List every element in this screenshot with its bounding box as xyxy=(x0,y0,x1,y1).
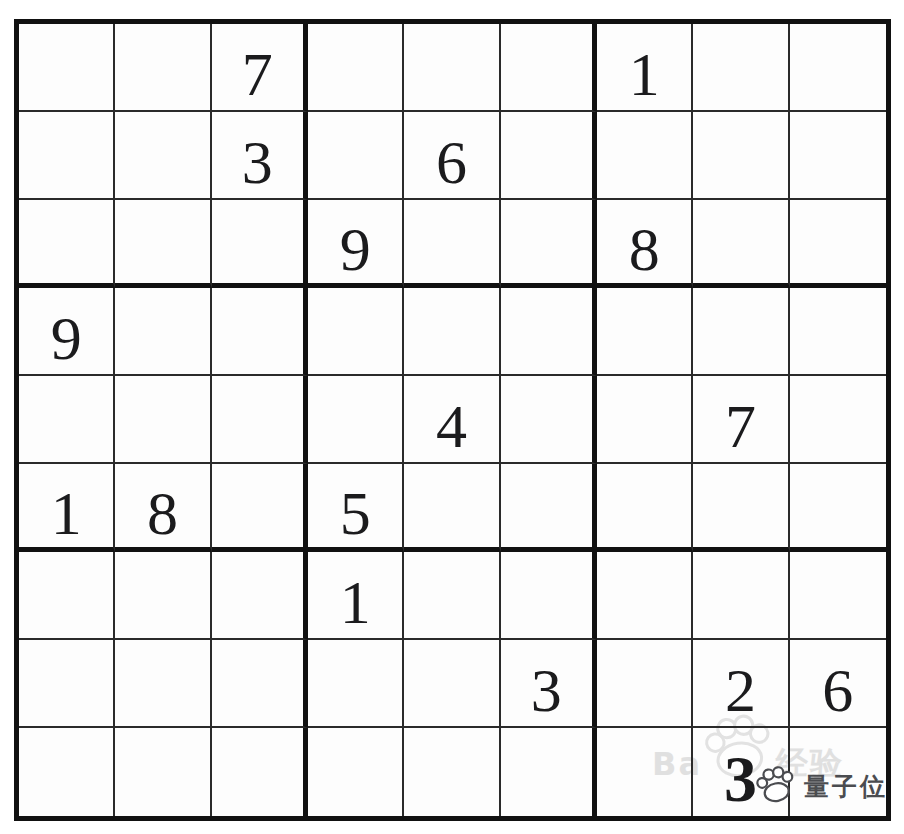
cell-r4c2[interactable] xyxy=(115,288,211,376)
cell-r6c4[interactable]: 5 xyxy=(308,464,404,552)
cell-r3c3[interactable] xyxy=(212,200,308,288)
cell-r4c3[interactable] xyxy=(212,288,308,376)
cell-r5c2[interactable] xyxy=(115,376,211,464)
cell-r2c9[interactable] xyxy=(790,112,886,200)
cell-r5c3[interactable] xyxy=(212,376,308,464)
cell-r9c4[interactable] xyxy=(308,728,404,816)
cell-r5c6[interactable] xyxy=(501,376,597,464)
cell-r4c5[interactable] xyxy=(404,288,500,376)
cell-r8c4[interactable] xyxy=(308,640,404,728)
cell-r3c8[interactable] xyxy=(693,200,789,288)
cell-r9c1[interactable] xyxy=(19,728,115,816)
cell-r2c3[interactable]: 3 xyxy=(212,112,308,200)
cell-r2c5[interactable]: 6 xyxy=(404,112,500,200)
cell-r5c9[interactable] xyxy=(790,376,886,464)
qbitai-watermark: 量子位 xyxy=(752,763,888,807)
cell-r1c6[interactable] xyxy=(501,24,597,112)
paw-icon xyxy=(752,763,800,807)
cell-r5c5[interactable]: 4 xyxy=(404,376,500,464)
cell-r3c5[interactable] xyxy=(404,200,500,288)
cell-r5c1[interactable] xyxy=(19,376,115,464)
cell-r8c9[interactable]: 6 xyxy=(790,640,886,728)
cell-r6c3[interactable] xyxy=(212,464,308,552)
cell-r7c4[interactable]: 1 xyxy=(308,552,404,640)
cell-r6c9[interactable] xyxy=(790,464,886,552)
sudoku-page: 71369894718513263 Ba 经验 量子位 xyxy=(0,0,904,834)
cell-r4c8[interactable] xyxy=(693,288,789,376)
cell-r7c6[interactable] xyxy=(501,552,597,640)
cell-r7c3[interactable] xyxy=(212,552,308,640)
cell-r8c5[interactable] xyxy=(404,640,500,728)
qbitai-watermark-label: 量子位 xyxy=(804,770,888,807)
cell-r9c6[interactable] xyxy=(501,728,597,816)
cell-r8c6[interactable]: 3 xyxy=(501,640,597,728)
cell-r1c7[interactable]: 1 xyxy=(597,24,693,112)
cell-r7c8[interactable] xyxy=(693,552,789,640)
cell-r4c4[interactable] xyxy=(308,288,404,376)
cell-r1c3[interactable]: 7 xyxy=(212,24,308,112)
sudoku-board: 71369894718513263 xyxy=(14,19,891,821)
cell-r9c3[interactable] xyxy=(212,728,308,816)
cell-r8c7[interactable] xyxy=(597,640,693,728)
cell-r3c7[interactable]: 8 xyxy=(597,200,693,288)
cell-r6c6[interactable] xyxy=(501,464,597,552)
cell-r9c2[interactable] xyxy=(115,728,211,816)
cell-r2c6[interactable] xyxy=(501,112,597,200)
cell-r2c2[interactable] xyxy=(115,112,211,200)
cell-r3c2[interactable] xyxy=(115,200,211,288)
cell-r5c7[interactable] xyxy=(597,376,693,464)
cell-r2c4[interactable] xyxy=(308,112,404,200)
cell-r9c7[interactable] xyxy=(597,728,693,816)
cell-r7c5[interactable] xyxy=(404,552,500,640)
cell-r1c4[interactable] xyxy=(308,24,404,112)
cell-r7c7[interactable] xyxy=(597,552,693,640)
cell-r3c6[interactable] xyxy=(501,200,597,288)
cell-r6c1[interactable]: 1 xyxy=(19,464,115,552)
cell-r6c7[interactable] xyxy=(597,464,693,552)
cell-r1c5[interactable] xyxy=(404,24,500,112)
cell-r8c2[interactable] xyxy=(115,640,211,728)
cell-r6c5[interactable] xyxy=(404,464,500,552)
cell-r9c5[interactable] xyxy=(404,728,500,816)
cell-r4c6[interactable] xyxy=(501,288,597,376)
cell-r8c1[interactable] xyxy=(19,640,115,728)
cell-r1c1[interactable] xyxy=(19,24,115,112)
cell-r4c7[interactable] xyxy=(597,288,693,376)
cell-r3c1[interactable] xyxy=(19,200,115,288)
cell-r3c9[interactable] xyxy=(790,200,886,288)
cell-r2c1[interactable] xyxy=(19,112,115,200)
cell-r8c8[interactable]: 2 xyxy=(693,640,789,728)
cell-r2c7[interactable] xyxy=(597,112,693,200)
cell-r8c3[interactable] xyxy=(212,640,308,728)
cell-r1c2[interactable] xyxy=(115,24,211,112)
cell-r3c4[interactable]: 9 xyxy=(308,200,404,288)
cell-r7c9[interactable] xyxy=(790,552,886,640)
cell-r2c8[interactable] xyxy=(693,112,789,200)
cell-r1c8[interactable] xyxy=(693,24,789,112)
cell-r7c2[interactable] xyxy=(115,552,211,640)
cell-r7c1[interactable] xyxy=(19,552,115,640)
cell-r4c1[interactable]: 9 xyxy=(19,288,115,376)
cell-r5c8[interactable]: 7 xyxy=(693,376,789,464)
cell-r6c2[interactable]: 8 xyxy=(115,464,211,552)
cell-r1c9[interactable] xyxy=(790,24,886,112)
cell-r6c8[interactable] xyxy=(693,464,789,552)
cell-r4c9[interactable] xyxy=(790,288,886,376)
cell-r5c4[interactable] xyxy=(308,376,404,464)
